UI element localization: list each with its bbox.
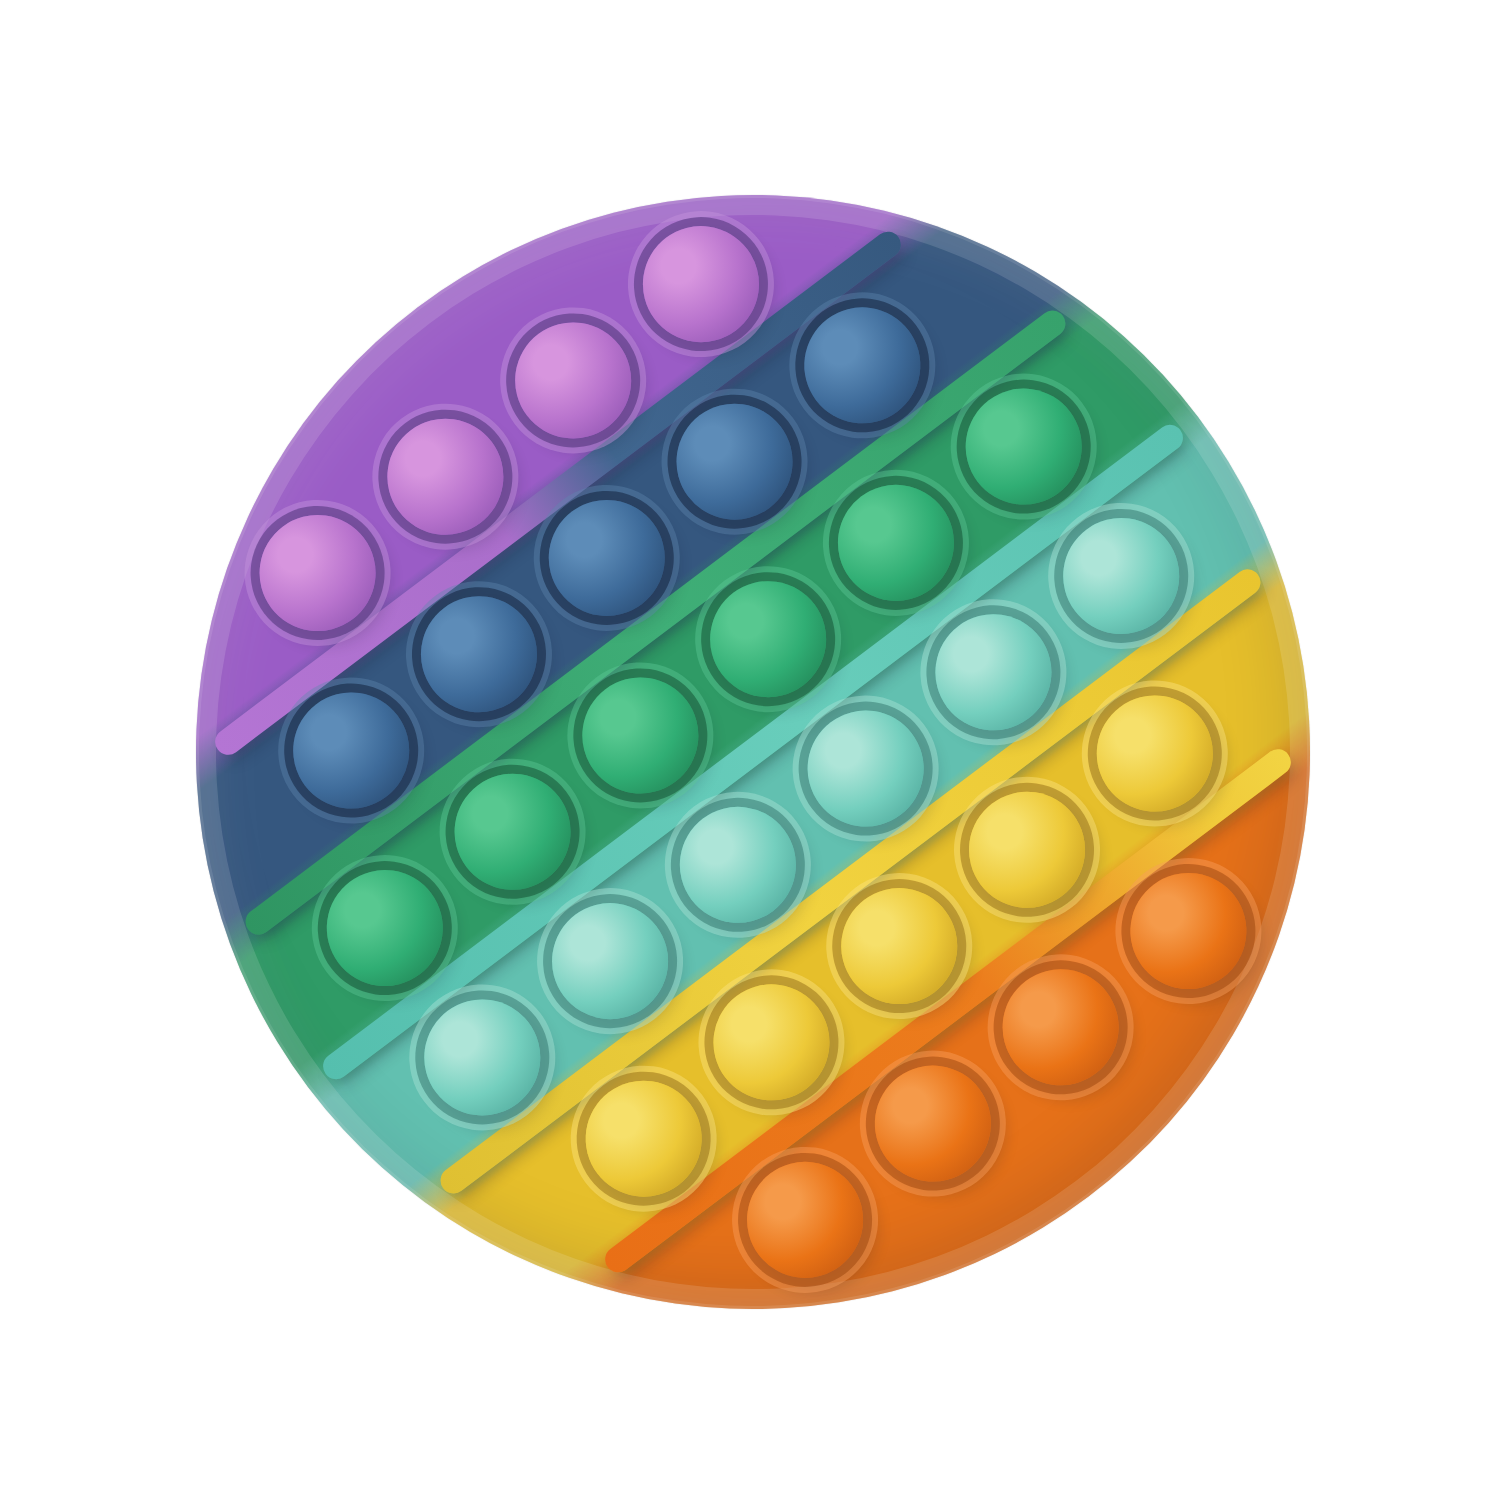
product-photo-canvas: [0, 0, 1500, 1500]
pop-it-toy: [0, 0, 1500, 1500]
